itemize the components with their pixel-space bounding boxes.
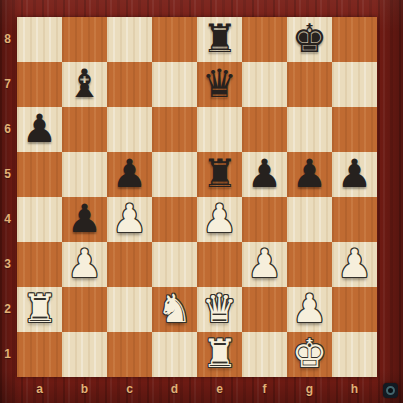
white-pawn[interactable]: ♟ [287,287,332,332]
black-pawn[interactable]: ♟ [332,152,377,197]
square-a3[interactable] [17,242,62,287]
rank-label-5: 5 [0,152,15,197]
board: ♜♚♝♛♟♟♜♟♟♟♟♟♟♟♟♟♜♞♛♟♜♚ [17,17,377,377]
white-pawn[interactable]: ♟ [332,242,377,287]
rank-label-7: 7 [0,62,15,107]
black-pawn[interactable]: ♟ [242,152,287,197]
white-knight[interactable]: ♞ [152,287,197,332]
file-label-c: c [107,377,152,403]
square-a2[interactable]: ♜ [17,287,62,332]
square-g1[interactable]: ♚ [287,332,332,377]
white-pawn[interactable]: ♟ [107,197,152,242]
square-h4[interactable] [332,197,377,242]
white-queen[interactable]: ♛ [197,287,242,332]
file-label-f: f [242,377,287,403]
square-h8[interactable] [332,17,377,62]
square-g3[interactable] [287,242,332,287]
black-rook[interactable]: ♜ [197,17,242,62]
square-c7[interactable] [107,62,152,107]
square-d2[interactable]: ♞ [152,287,197,332]
black-bishop[interactable]: ♝ [62,62,107,107]
square-g5[interactable]: ♟ [287,152,332,197]
rank-label-4: 4 [0,197,15,242]
square-g7[interactable] [287,62,332,107]
chess-board-frame: ♜♚♝♛♟♟♜♟♟♟♟♟♟♟♟♟♜♞♛♟♜♚ 87654321 abcdefgh [0,0,403,403]
square-g2[interactable]: ♟ [287,287,332,332]
file-label-a: a [17,377,62,403]
file-label-d: d [152,377,197,403]
square-c6[interactable] [107,107,152,152]
square-d1[interactable] [152,332,197,377]
square-d5[interactable] [152,152,197,197]
square-e4[interactable]: ♟ [197,197,242,242]
square-c4[interactable]: ♟ [107,197,152,242]
square-d7[interactable] [152,62,197,107]
square-a4[interactable] [17,197,62,242]
square-e5[interactable]: ♜ [197,152,242,197]
square-f5[interactable]: ♟ [242,152,287,197]
rank-label-8: 8 [0,17,15,62]
file-label-e: e [197,377,242,403]
file-label-b: b [62,377,107,403]
square-c3[interactable] [107,242,152,287]
rank-label-3: 3 [0,242,15,287]
square-g4[interactable] [287,197,332,242]
white-rook[interactable]: ♜ [17,287,62,332]
rank-label-1: 1 [0,332,15,377]
square-a5[interactable] [17,152,62,197]
square-b5[interactable] [62,152,107,197]
square-f3[interactable]: ♟ [242,242,287,287]
white-pawn[interactable]: ♟ [62,242,107,287]
square-a6[interactable]: ♟ [17,107,62,152]
white-pawn[interactable]: ♟ [242,242,287,287]
board-settings-button[interactable] [383,383,398,398]
square-h3[interactable]: ♟ [332,242,377,287]
square-h6[interactable] [332,107,377,152]
square-e1[interactable]: ♜ [197,332,242,377]
black-pawn[interactable]: ♟ [287,152,332,197]
square-d4[interactable] [152,197,197,242]
square-c2[interactable] [107,287,152,332]
white-king[interactable]: ♚ [287,332,332,377]
square-h7[interactable] [332,62,377,107]
square-b7[interactable]: ♝ [62,62,107,107]
square-b1[interactable] [62,332,107,377]
square-f1[interactable] [242,332,287,377]
square-c5[interactable]: ♟ [107,152,152,197]
square-e7[interactable]: ♛ [197,62,242,107]
square-f2[interactable] [242,287,287,332]
square-e2[interactable]: ♛ [197,287,242,332]
rank-label-6: 6 [0,107,15,152]
square-e6[interactable] [197,107,242,152]
black-pawn[interactable]: ♟ [107,152,152,197]
white-pawn[interactable]: ♟ [197,197,242,242]
square-b6[interactable] [62,107,107,152]
square-c1[interactable] [107,332,152,377]
board-settings-icon [386,386,395,395]
square-a7[interactable] [17,62,62,107]
square-e8[interactable]: ♜ [197,17,242,62]
square-g8[interactable]: ♚ [287,17,332,62]
file-label-h: h [332,377,377,403]
square-d8[interactable] [152,17,197,62]
black-rook[interactable]: ♜ [197,152,242,197]
rank-label-2: 2 [0,287,15,332]
square-f6[interactable] [242,107,287,152]
square-b4[interactable]: ♟ [62,197,107,242]
square-f7[interactable] [242,62,287,107]
white-rook[interactable]: ♜ [197,332,242,377]
square-h2[interactable] [332,287,377,332]
black-king[interactable]: ♚ [287,17,332,62]
square-d3[interactable] [152,242,197,287]
square-f4[interactable] [242,197,287,242]
square-d6[interactable] [152,107,197,152]
file-label-g: g [287,377,332,403]
square-f8[interactable] [242,17,287,62]
square-c8[interactable] [107,17,152,62]
square-h5[interactable]: ♟ [332,152,377,197]
black-pawn[interactable]: ♟ [17,107,62,152]
square-g6[interactable] [287,107,332,152]
square-a1[interactable] [17,332,62,377]
black-pawn[interactable]: ♟ [62,197,107,242]
square-b8[interactable] [62,17,107,62]
square-a8[interactable] [17,17,62,62]
square-b3[interactable]: ♟ [62,242,107,287]
square-h1[interactable] [332,332,377,377]
square-b2[interactable] [62,287,107,332]
black-queen[interactable]: ♛ [197,62,242,107]
square-e3[interactable] [197,242,242,287]
